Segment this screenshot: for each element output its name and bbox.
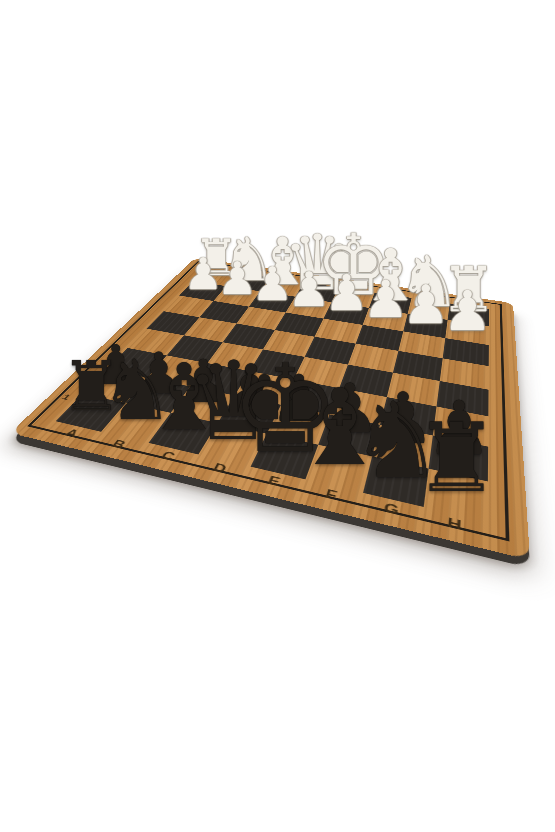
piece-black-rook-h1[interactable]: ♜ [409, 410, 504, 505]
chess-board-scene: ABCDEFGH 1 ♜♞♝♛♚♝♞♜♟♟♟♟♟♟♟♟♟♟♟♟♟♟♟♟♜♞♝♛♚… [0, 0, 555, 832]
pieces-layer: ♜♞♝♛♚♝♞♜♟♟♟♟♟♟♟♟♟♟♟♟♟♟♟♟♜♞♝♛♚♝♞♜ [0, 0, 555, 832]
piece-white-pawn-h7[interactable]: ♟ [440, 284, 495, 339]
